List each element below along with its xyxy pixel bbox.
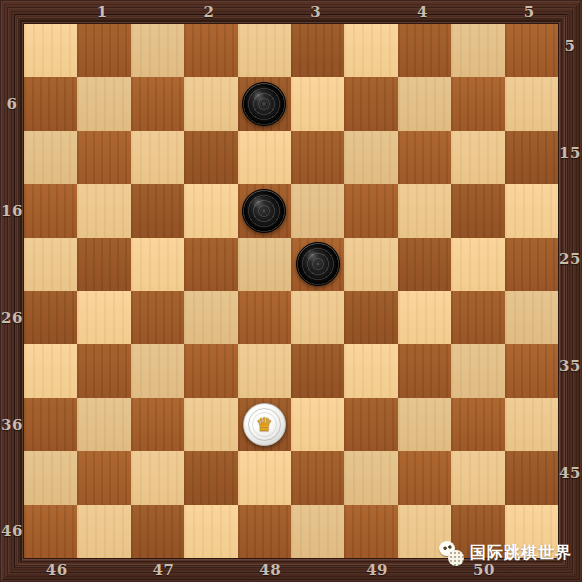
square-49[interactable]	[344, 505, 397, 558]
light-square	[131, 344, 184, 397]
square-11[interactable]	[77, 131, 130, 184]
square-46[interactable]	[24, 505, 77, 558]
square-21[interactable]	[77, 238, 130, 291]
coord-label-top-1: 1	[97, 3, 108, 21]
square-4[interactable]	[398, 24, 451, 77]
light-square	[77, 184, 130, 237]
coord-label-bottom-46: 46	[46, 561, 68, 579]
coord-label-right-45: 45	[559, 464, 581, 482]
light-square	[77, 291, 130, 344]
light-square	[77, 398, 130, 451]
coord-label-top-2: 2	[203, 3, 214, 21]
light-square	[24, 344, 77, 397]
square-10[interactable]	[451, 77, 504, 130]
light-square	[344, 238, 397, 291]
logo-piece-icon	[448, 550, 464, 566]
light-square	[77, 505, 130, 558]
square-45[interactable]	[505, 451, 558, 504]
coord-label-top-4: 4	[417, 3, 428, 21]
light-square	[238, 131, 291, 184]
light-square	[184, 77, 237, 130]
light-square	[505, 398, 558, 451]
light-square	[291, 184, 344, 237]
square-25[interactable]	[505, 238, 558, 291]
light-square	[131, 131, 184, 184]
light-square	[131, 451, 184, 504]
frame-right	[558, 0, 582, 582]
board-grid: ♛	[24, 24, 558, 558]
light-square	[184, 398, 237, 451]
frame-left	[0, 0, 24, 582]
watermark: 国际跳棋世界	[439, 539, 572, 567]
light-square	[291, 291, 344, 344]
light-square	[344, 451, 397, 504]
square-28[interactable]	[238, 291, 291, 344]
light-square	[505, 184, 558, 237]
square-13[interactable]	[291, 131, 344, 184]
frame-top	[0, 0, 582, 24]
light-square	[398, 398, 451, 451]
light-square	[451, 238, 504, 291]
light-square	[291, 77, 344, 130]
square-30[interactable]	[451, 291, 504, 344]
square-35[interactable]	[505, 344, 558, 397]
watermark-text: 国际跳棋世界	[470, 543, 572, 564]
coord-label-right-35: 35	[559, 357, 581, 375]
square-31[interactable]	[77, 344, 130, 397]
light-square	[238, 238, 291, 291]
light-square	[505, 291, 558, 344]
square-20[interactable]	[451, 184, 504, 237]
square-24[interactable]	[398, 238, 451, 291]
light-square	[291, 398, 344, 451]
square-17[interactable]	[131, 184, 184, 237]
light-square	[451, 344, 504, 397]
square-36[interactable]	[24, 398, 77, 451]
square-6[interactable]	[24, 77, 77, 130]
square-14[interactable]	[398, 131, 451, 184]
square-19[interactable]	[344, 184, 397, 237]
light-square	[451, 131, 504, 184]
square-43[interactable]	[291, 451, 344, 504]
light-square	[238, 24, 291, 77]
black-man-square-23[interactable]	[296, 242, 340, 286]
draughts-board-screenshot: ♛ 123454647484950616263646515253545 国际跳棋…	[0, 0, 582, 582]
coord-label-right-5: 5	[565, 37, 576, 55]
square-48[interactable]	[238, 505, 291, 558]
light-square	[291, 505, 344, 558]
square-47[interactable]	[131, 505, 184, 558]
square-2[interactable]	[184, 24, 237, 77]
square-42[interactable]	[184, 451, 237, 504]
light-square	[505, 77, 558, 130]
coord-label-bottom-47: 47	[153, 561, 175, 579]
light-square	[184, 505, 237, 558]
coord-label-top-3: 3	[310, 3, 321, 21]
king-crown-icon: ♛	[256, 415, 273, 434]
square-27[interactable]	[131, 291, 184, 344]
coord-label-left-46: 46	[1, 522, 23, 540]
light-square	[238, 451, 291, 504]
light-square	[398, 184, 451, 237]
square-33[interactable]	[291, 344, 344, 397]
light-square	[131, 24, 184, 77]
square-12[interactable]	[184, 131, 237, 184]
coord-label-left-36: 36	[1, 416, 23, 434]
draughts-logo-icon	[439, 539, 466, 567]
square-3[interactable]	[291, 24, 344, 77]
light-square	[24, 451, 77, 504]
square-15[interactable]	[505, 131, 558, 184]
black-man-square-18[interactable]	[242, 189, 286, 233]
square-16[interactable]	[24, 184, 77, 237]
light-square	[398, 291, 451, 344]
square-7[interactable]	[131, 77, 184, 130]
coord-label-right-25: 25	[559, 250, 581, 268]
light-square	[238, 344, 291, 397]
square-34[interactable]	[398, 344, 451, 397]
light-square	[344, 24, 397, 77]
white-king-square-38[interactable]: ♛	[243, 403, 286, 446]
square-5[interactable]	[505, 24, 558, 77]
square-1[interactable]	[77, 24, 130, 77]
coord-label-bottom-48: 48	[259, 561, 281, 579]
light-square	[24, 131, 77, 184]
light-square	[24, 238, 77, 291]
square-26[interactable]	[24, 291, 77, 344]
light-square	[184, 184, 237, 237]
square-32[interactable]	[184, 344, 237, 397]
square-9[interactable]	[344, 77, 397, 130]
light-square	[184, 291, 237, 344]
square-40[interactable]	[451, 398, 504, 451]
coord-label-top-5: 5	[524, 3, 535, 21]
coord-label-left-26: 26	[1, 309, 23, 327]
coord-label-left-6: 6	[7, 95, 18, 113]
light-square	[131, 238, 184, 291]
light-square	[344, 344, 397, 397]
light-square	[451, 24, 504, 77]
square-41[interactable]	[77, 451, 130, 504]
square-39[interactable]	[344, 398, 397, 451]
square-22[interactable]	[184, 238, 237, 291]
coord-label-bottom-49: 49	[366, 561, 388, 579]
square-29[interactable]	[344, 291, 397, 344]
square-37[interactable]	[131, 398, 184, 451]
square-44[interactable]	[398, 451, 451, 504]
light-square	[77, 77, 130, 130]
light-square	[24, 24, 77, 77]
light-square	[398, 77, 451, 130]
coord-label-left-16: 16	[1, 202, 23, 220]
light-square	[344, 131, 397, 184]
coord-label-right-15: 15	[559, 144, 581, 162]
light-square	[451, 451, 504, 504]
